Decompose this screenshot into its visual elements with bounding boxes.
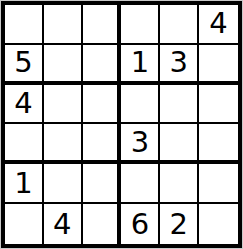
given-cell-r6c5: 2 bbox=[160, 204, 199, 244]
empty-cell-r6c6[interactable] bbox=[199, 204, 238, 244]
empty-cell-r5c5[interactable] bbox=[160, 164, 199, 204]
empty-cell-r2c6[interactable] bbox=[199, 45, 238, 85]
empty-cell-r1c5[interactable] bbox=[160, 5, 199, 45]
sudoku-board: 4513431462 bbox=[0, 0, 243, 249]
empty-cell-r5c6[interactable] bbox=[199, 164, 238, 204]
empty-cell-r1c3[interactable] bbox=[83, 5, 122, 45]
empty-cell-r2c2[interactable] bbox=[44, 45, 83, 85]
empty-cell-r4c5[interactable] bbox=[160, 124, 199, 164]
sudoku-grid: 4513431462 bbox=[1, 1, 242, 248]
empty-cell-r3c3[interactable] bbox=[83, 85, 122, 125]
given-cell-r2c1: 5 bbox=[5, 45, 44, 85]
given-cell-r2c4: 1 bbox=[121, 45, 160, 85]
empty-cell-r4c6[interactable] bbox=[199, 124, 238, 164]
empty-cell-r3c6[interactable] bbox=[199, 85, 238, 125]
empty-cell-r3c5[interactable] bbox=[160, 85, 199, 125]
empty-cell-r3c4[interactable] bbox=[121, 85, 160, 125]
given-cell-r6c2: 4 bbox=[44, 204, 83, 244]
empty-cell-r5c3[interactable] bbox=[83, 164, 122, 204]
empty-cell-r4c2[interactable] bbox=[44, 124, 83, 164]
given-cell-r1c6: 4 bbox=[199, 5, 238, 45]
given-cell-r6c4: 6 bbox=[121, 204, 160, 244]
empty-cell-r1c1[interactable] bbox=[5, 5, 44, 45]
empty-cell-r6c1[interactable] bbox=[5, 204, 44, 244]
empty-cell-r4c3[interactable] bbox=[83, 124, 122, 164]
empty-cell-r2c3[interactable] bbox=[83, 45, 122, 85]
given-cell-r5c1: 1 bbox=[5, 164, 44, 204]
given-cell-r2c5: 3 bbox=[160, 45, 199, 85]
empty-cell-r5c4[interactable] bbox=[121, 164, 160, 204]
empty-cell-r1c2[interactable] bbox=[44, 5, 83, 45]
empty-cell-r3c2[interactable] bbox=[44, 85, 83, 125]
empty-cell-r4c1[interactable] bbox=[5, 124, 44, 164]
empty-cell-r1c4[interactable] bbox=[121, 5, 160, 45]
given-cell-r4c4: 3 bbox=[121, 124, 160, 164]
given-cell-r3c1: 4 bbox=[5, 85, 44, 125]
empty-cell-r6c3[interactable] bbox=[83, 204, 122, 244]
empty-cell-r5c2[interactable] bbox=[44, 164, 83, 204]
